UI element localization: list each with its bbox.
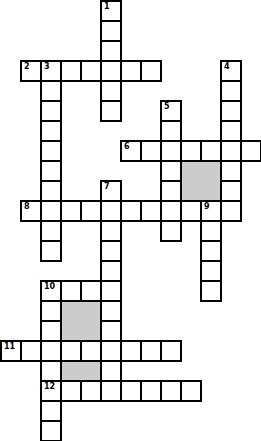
answer-cell-r5c5[interactable] [100,100,122,122]
gray-block-cell-r9c9 [180,180,202,202]
clue-number-7: 7 [104,183,110,191]
gray-block-cell-r18c4 [80,360,102,382]
answer-cell-r14c2[interactable]: 10 [40,280,62,302]
answer-cell-r14c5[interactable] [100,280,122,302]
answer-cell-r12c5[interactable] [100,240,122,262]
answer-cell-r17c8[interactable] [160,340,182,362]
answer-cell-r7c11[interactable] [220,140,242,162]
answer-cell-r10c2[interactable] [40,200,62,222]
answer-cell-r19c8[interactable] [160,380,182,402]
answer-cell-r3c5[interactable] [100,60,122,82]
answer-cell-r5c8[interactable]: 5 [160,100,182,122]
answer-cell-r14c3[interactable] [60,280,82,302]
answer-cell-r17c0[interactable]: 11 [0,340,22,362]
answer-cell-r9c8[interactable] [160,180,182,202]
gray-block-cell-r9c10 [200,180,222,202]
answer-cell-r11c5[interactable] [100,220,122,242]
answer-cell-r5c11[interactable] [220,100,242,122]
answer-cell-r14c10[interactable] [200,280,222,302]
answer-cell-r14c4[interactable] [80,280,102,302]
clue-number-4: 4 [224,63,230,71]
answer-cell-r19c9[interactable] [180,380,202,402]
crossword-grid: 123456789101112 [0,0,261,441]
answer-cell-r18c2[interactable] [40,360,62,382]
answer-cell-r8c11[interactable] [220,160,242,182]
answer-cell-r3c6[interactable] [120,60,142,82]
answer-cell-r7c2[interactable] [40,140,62,162]
answer-cell-r15c2[interactable] [40,300,62,322]
answer-cell-r2c5[interactable] [100,40,122,62]
clue-number-12: 12 [44,383,55,391]
clue-number-5: 5 [164,103,170,111]
answer-cell-r10c3[interactable] [60,200,82,222]
answer-cell-r3c1[interactable]: 2 [20,60,42,82]
answer-cell-r16c2[interactable] [40,320,62,342]
answer-cell-r10c8[interactable] [160,200,182,222]
answer-cell-r1c5[interactable] [100,20,122,42]
answer-cell-r11c10[interactable] [200,220,222,242]
answer-cell-r17c3[interactable] [60,340,82,362]
answer-cell-r10c11[interactable] [220,200,242,222]
gray-block-cell-r8c10 [200,160,222,182]
answer-cell-r4c5[interactable] [100,80,122,102]
answer-cell-r18c5[interactable] [100,360,122,382]
answer-cell-r21c2[interactable] [40,420,62,441]
answer-cell-r19c3[interactable] [60,380,82,402]
clue-number-11: 11 [4,343,15,351]
clue-number-9: 9 [204,203,210,211]
answer-cell-r10c10[interactable]: 9 [200,200,222,222]
answer-cell-r19c6[interactable] [120,380,142,402]
answer-cell-r16c5[interactable] [100,320,122,342]
answer-cell-r10c6[interactable] [120,200,142,222]
answer-cell-r8c8[interactable] [160,160,182,182]
answer-cell-r7c10[interactable] [200,140,222,162]
answer-cell-r7c7[interactable] [140,140,162,162]
answer-cell-r4c2[interactable] [40,80,62,102]
answer-cell-r6c8[interactable] [160,120,182,142]
answer-cell-r6c2[interactable] [40,120,62,142]
answer-cell-r17c1[interactable] [20,340,42,362]
answer-cell-r10c9[interactable] [180,200,202,222]
answer-cell-r3c2[interactable]: 3 [40,60,62,82]
answer-cell-r17c2[interactable] [40,340,62,362]
answer-cell-r9c11[interactable] [220,180,242,202]
answer-cell-r10c5[interactable] [100,200,122,222]
gray-block-cell-r15c3 [60,300,82,322]
clue-number-1: 1 [104,3,110,11]
answer-cell-r12c10[interactable] [200,240,222,262]
answer-cell-r5c2[interactable] [40,100,62,122]
answer-cell-r19c7[interactable] [140,380,162,402]
answer-cell-r17c7[interactable] [140,340,162,362]
clue-number-8: 8 [24,203,30,211]
gray-block-cell-r16c4 [80,320,102,342]
answer-cell-r7c6[interactable]: 6 [120,140,142,162]
gray-block-cell-r8c9 [180,160,202,182]
answer-cell-r3c11[interactable]: 4 [220,60,242,82]
answer-cell-r9c5[interactable]: 7 [100,180,122,202]
answer-cell-r17c6[interactable] [120,340,142,362]
answer-cell-r11c2[interactable] [40,220,62,242]
answer-cell-r11c8[interactable] [160,220,182,242]
answer-cell-r7c9[interactable] [180,140,202,162]
answer-cell-r19c2[interactable]: 12 [40,380,62,402]
answer-cell-r10c7[interactable] [140,200,162,222]
answer-cell-r15c5[interactable] [100,300,122,322]
answer-cell-r4c11[interactable] [220,80,242,102]
answer-cell-r3c3[interactable] [60,60,82,82]
answer-cell-r10c1[interactable]: 8 [20,200,42,222]
answer-cell-r7c8[interactable] [160,140,182,162]
answer-cell-r17c5[interactable] [100,340,122,362]
gray-block-cell-r16c3 [60,320,82,342]
answer-cell-r20c2[interactable] [40,400,62,422]
answer-cell-r0c5[interactable]: 1 [100,0,122,22]
answer-cell-r7c12[interactable] [240,140,261,162]
answer-cell-r13c5[interactable] [100,260,122,282]
answer-cell-r12c2[interactable] [40,240,62,262]
clue-number-10: 10 [44,283,55,291]
clue-number-6: 6 [124,143,130,151]
answer-cell-r19c4[interactable] [80,380,102,402]
gray-block-cell-r18c3 [60,360,82,382]
answer-cell-r19c5[interactable] [100,380,122,402]
answer-cell-r17c4[interactable] [80,340,102,362]
gray-block-cell-r15c4 [80,300,102,322]
answer-cell-r6c11[interactable] [220,120,242,142]
answer-cell-r8c2[interactable] [40,160,62,182]
clue-number-3: 3 [44,63,50,71]
clue-number-2: 2 [24,63,30,71]
answer-cell-r3c7[interactable] [140,60,162,82]
answer-cell-r13c10[interactable] [200,260,222,282]
answer-cell-r10c4[interactable] [80,200,102,222]
answer-cell-r3c4[interactable] [80,60,102,82]
answer-cell-r9c2[interactable] [40,180,62,202]
